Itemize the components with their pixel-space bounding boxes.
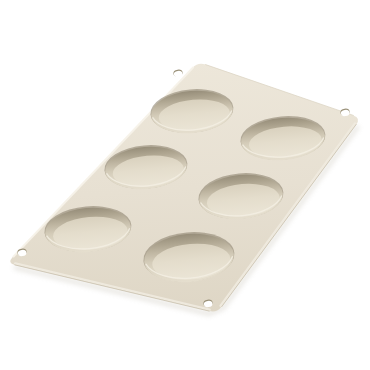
silicone-mold-photo [0,0,370,370]
corner-hole-1 [173,69,183,78]
product-photo [0,0,370,370]
